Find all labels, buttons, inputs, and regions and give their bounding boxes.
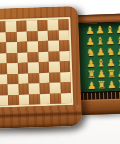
chess-box — [0, 6, 82, 130]
board-square[interactable] — [7, 63, 18, 74]
drawer-piece-b[interactable]: ♝ — [115, 35, 120, 46]
drawer-piece-r[interactable]: ♜ — [86, 69, 96, 80]
drawer-piece-p[interactable]: ♟ — [86, 58, 96, 69]
board-square[interactable] — [60, 93, 71, 104]
board-square[interactable] — [38, 41, 49, 52]
drawer-piece-p[interactable]: ♟ — [116, 68, 120, 79]
drawer-piece-grid: ♟♟♝♟♟♟♝♟♝♟♞♟♞♟♞♟♝♟♝♟♜♟♜♟♜♟♜♟♜♟ — [83, 23, 120, 92]
drawer-piece-p[interactable]: ♟ — [106, 57, 116, 68]
board-square[interactable] — [59, 61, 70, 72]
drawer-piece-p[interactable]: ♟ — [96, 68, 106, 79]
board-square[interactable] — [7, 73, 18, 84]
board-square[interactable] — [59, 40, 70, 51]
board-square[interactable] — [8, 94, 19, 105]
board-square[interactable] — [50, 82, 61, 93]
board-square[interactable] — [17, 42, 28, 53]
drawer-piece-b[interactable]: ♝ — [105, 24, 115, 35]
drawer-piece-b[interactable]: ♝ — [116, 57, 120, 68]
board-square[interactable] — [6, 31, 17, 42]
drawer-piece-n[interactable]: ♞ — [85, 47, 95, 58]
board-square[interactable] — [49, 61, 60, 72]
board-square[interactable] — [39, 93, 50, 104]
box-front-face — [0, 105, 82, 130]
board-square[interactable] — [29, 94, 40, 105]
board-square[interactable] — [47, 20, 58, 31]
drawer-piece-p[interactable]: ♟ — [95, 24, 105, 35]
drawer-piece-p[interactable]: ♟ — [107, 79, 117, 90]
board-square[interactable] — [38, 51, 49, 62]
drawer-piece-p[interactable]: ♟ — [85, 25, 95, 36]
board-square[interactable] — [48, 30, 59, 41]
board-square[interactable] — [58, 19, 69, 30]
board-square[interactable] — [48, 40, 59, 51]
board-square[interactable] — [18, 94, 29, 105]
board-square[interactable] — [39, 72, 50, 83]
board-inlay-border — [0, 17, 73, 108]
drawer-piece-n[interactable]: ♞ — [105, 46, 115, 57]
board-square[interactable] — [28, 62, 39, 73]
board-square[interactable] — [6, 52, 17, 63]
drawer-piece-p[interactable]: ♟ — [105, 35, 115, 46]
board-square[interactable] — [27, 41, 38, 52]
drawer-piece-r[interactable]: ♜ — [106, 68, 116, 79]
board-square[interactable] — [18, 73, 29, 84]
board-square[interactable] — [5, 21, 16, 32]
chess-board — [0, 19, 71, 106]
board-square[interactable] — [59, 51, 70, 62]
board-square[interactable] — [18, 84, 29, 95]
board-square[interactable] — [8, 84, 19, 95]
board-square[interactable] — [28, 73, 39, 84]
board-square[interactable] — [38, 62, 49, 73]
drawer-piece-p[interactable]: ♟ — [87, 80, 97, 91]
board-square[interactable] — [29, 83, 40, 94]
drawer-piece-r[interactable]: ♜ — [117, 79, 120, 90]
board-square[interactable] — [17, 52, 28, 63]
board-square[interactable] — [26, 20, 37, 31]
board-square[interactable] — [16, 21, 27, 32]
board-square[interactable] — [16, 31, 27, 42]
board-square[interactable] — [58, 30, 69, 41]
board-square[interactable] — [17, 63, 28, 74]
board-square[interactable] — [6, 42, 17, 53]
board-square[interactable] — [27, 31, 38, 42]
drawer-piece-p[interactable]: ♟ — [95, 46, 105, 57]
board-square[interactable] — [27, 52, 38, 63]
drawer-front-panel[interactable] — [75, 98, 120, 115]
drawer-piece-b[interactable]: ♝ — [95, 35, 105, 46]
drawer-piece-r[interactable]: ♜ — [97, 79, 107, 90]
board-square[interactable] — [48, 51, 59, 62]
board-square[interactable] — [60, 82, 71, 93]
drawer-piece-p[interactable]: ♟ — [115, 46, 120, 57]
board-square[interactable] — [39, 83, 50, 94]
drawer-piece-b[interactable]: ♝ — [96, 57, 106, 68]
drawer-piece-p[interactable]: ♟ — [85, 36, 95, 47]
board-square[interactable] — [60, 72, 71, 83]
board-square[interactable] — [37, 20, 48, 31]
board-square[interactable] — [50, 93, 61, 104]
drawer-piece-p[interactable]: ♟ — [115, 24, 120, 35]
photo-scene: ♟♟♝♟♟♟♝♟♝♟♞♟♞♟♞♟♝♟♝♟♜♟♜♟♜♟♜♟♜♟ — [0, 0, 120, 144]
board-square[interactable] — [49, 72, 60, 83]
board-square[interactable] — [37, 30, 48, 41]
